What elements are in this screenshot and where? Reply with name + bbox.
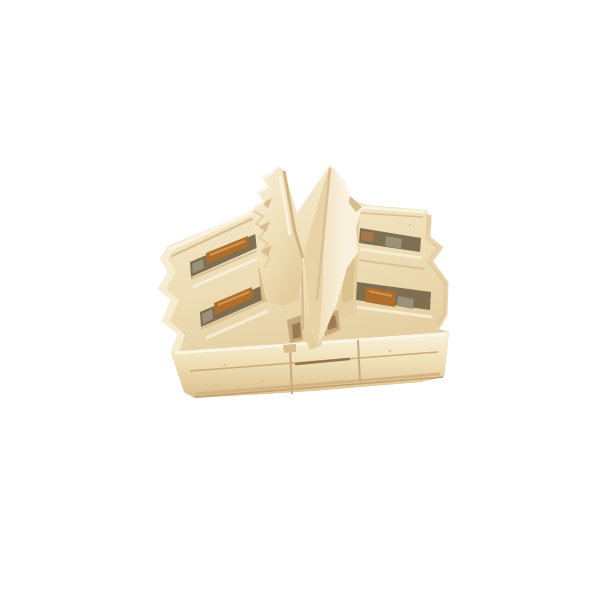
product-photo: Angled close-up product photo of a small… <box>0 0 600 600</box>
speck <box>429 299 431 301</box>
stem-shadow-notch-left-core <box>292 322 301 339</box>
speck <box>389 350 392 353</box>
tab-step-notch <box>283 344 296 353</box>
speck <box>409 224 411 226</box>
connector-illustration: Angled close-up product photo of a small… <box>0 0 600 600</box>
speck <box>224 364 226 366</box>
speck <box>261 380 263 382</box>
left-latch-lever <box>253 167 303 306</box>
